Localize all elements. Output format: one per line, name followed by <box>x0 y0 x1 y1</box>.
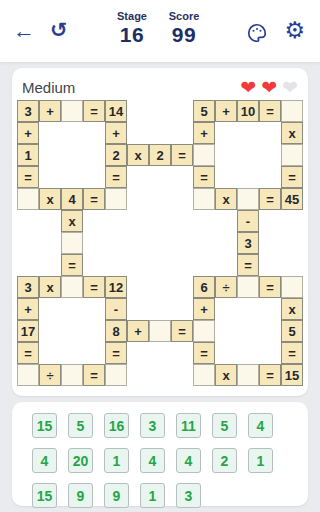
empty-cell[interactable] <box>237 276 259 298</box>
given-cell: 4 <box>61 188 83 210</box>
given-cell: = <box>61 254 83 276</box>
given-cell: 5 <box>193 100 215 122</box>
given-cell: + <box>17 298 39 320</box>
restart-icon[interactable]: ↺ <box>50 19 68 40</box>
given-cell: - <box>105 298 127 320</box>
number-tile[interactable]: 16 <box>104 413 129 438</box>
given-cell: 2 <box>149 144 171 166</box>
empty-cell[interactable] <box>281 100 303 122</box>
palette-icon[interactable] <box>246 22 268 44</box>
given-cell: 2 <box>105 144 127 166</box>
given-cell: = <box>17 166 39 188</box>
given-cell: = <box>193 342 215 364</box>
empty-cell[interactable] <box>193 188 215 210</box>
stage-stat: Stage 16 <box>104 10 160 47</box>
given-cell: x <box>215 188 237 210</box>
number-tile[interactable]: 2 <box>212 448 237 473</box>
top-bar: ← ↺ Stage 16 Score 99 ⚙ <box>0 0 320 62</box>
given-cell: x <box>281 122 303 144</box>
given-cell: 15 <box>281 364 303 386</box>
given-cell: 14 <box>105 100 127 122</box>
given-cell: 6 <box>193 276 215 298</box>
given-cell: = <box>17 342 39 364</box>
given-cell: ÷ <box>215 276 237 298</box>
given-cell: = <box>83 188 105 210</box>
tray-row: 1551631154 <box>32 413 308 438</box>
given-cell: 1 <box>17 144 39 166</box>
settings-icon[interactable]: ⚙ <box>284 19 305 42</box>
given-cell: + <box>127 320 149 342</box>
number-tile[interactable]: 20 <box>68 448 93 473</box>
number-tile[interactable]: 5 <box>212 413 237 438</box>
number-tile[interactable]: 3 <box>140 413 165 438</box>
empty-cell[interactable] <box>105 188 127 210</box>
given-cell: x <box>39 276 61 298</box>
given-cell: = <box>259 364 281 386</box>
number-tile[interactable]: 15 <box>32 483 57 508</box>
given-cell: = <box>259 100 281 122</box>
stage-label: Stage <box>104 10 160 22</box>
number-tile[interactable]: 15 <box>32 413 57 438</box>
number-tile[interactable]: 4 <box>176 448 201 473</box>
empty-cell[interactable] <box>193 320 215 342</box>
empty-cell[interactable] <box>281 276 303 298</box>
number-tile[interactable]: 9 <box>104 483 129 508</box>
empty-cell[interactable] <box>61 276 83 298</box>
given-cell: 3 <box>17 276 39 298</box>
number-tile[interactable]: 1 <box>248 448 273 473</box>
given-cell: = <box>83 276 105 298</box>
heart-empty-icon: ❤ <box>282 76 298 100</box>
given-cell: = <box>281 342 303 364</box>
number-tile[interactable]: 11 <box>176 413 201 438</box>
given-cell: 45 <box>281 188 303 210</box>
score-label: Score <box>158 10 210 22</box>
given-cell: + <box>39 100 61 122</box>
given-cell: = <box>83 364 105 386</box>
puzzle-card-header: Medium ❤❤❤ <box>22 76 298 100</box>
given-cell: 3 <box>237 232 259 254</box>
empty-cell[interactable] <box>61 100 83 122</box>
empty-cell[interactable] <box>193 364 215 386</box>
empty-cell[interactable] <box>281 144 303 166</box>
empty-cell[interactable] <box>17 188 39 210</box>
empty-cell[interactable] <box>17 364 39 386</box>
given-cell: = <box>281 166 303 188</box>
given-cell: = <box>259 276 281 298</box>
given-cell: = <box>171 144 193 166</box>
given-cell: x <box>39 188 61 210</box>
given-cell: 12 <box>105 276 127 298</box>
given-cell: ÷ <box>39 364 61 386</box>
number-tile[interactable]: 5 <box>68 413 93 438</box>
lives-indicator: ❤❤❤ <box>240 76 298 100</box>
given-cell: + <box>215 100 237 122</box>
score-stat: Score 99 <box>158 10 210 47</box>
empty-cell[interactable] <box>237 364 259 386</box>
empty-cell[interactable] <box>237 188 259 210</box>
puzzle-card: Medium ❤❤❤ 3+=145+10=+++x12x2=====x4=x=4… <box>12 68 308 396</box>
given-cell: x <box>61 210 83 232</box>
empty-cell[interactable] <box>61 364 83 386</box>
given-cell: = <box>237 254 259 276</box>
number-tile[interactable]: 1 <box>104 448 129 473</box>
given-cell: + <box>193 122 215 144</box>
empty-cell[interactable] <box>149 320 171 342</box>
number-tile[interactable]: 4 <box>140 448 165 473</box>
difficulty-label: Medium <box>22 79 75 96</box>
given-cell: = <box>259 188 281 210</box>
heart-full-icon: ❤ <box>240 76 256 100</box>
tray-row: 159913 <box>32 483 308 508</box>
stage-value: 16 <box>104 23 160 47</box>
given-cell: + <box>17 122 39 144</box>
empty-cell[interactable] <box>193 144 215 166</box>
number-tile-tray: 155163115442014421159913 <box>32 413 308 508</box>
given-cell: 8 <box>105 320 127 342</box>
back-icon[interactable]: ← <box>13 20 35 42</box>
given-cell: = <box>105 342 127 364</box>
given-cell: 10 <box>237 100 259 122</box>
given-cell: 17 <box>17 320 39 342</box>
tile-tray-card: 155163115442014421159913 <box>12 402 308 506</box>
given-cell: + <box>105 122 127 144</box>
given-cell: = <box>83 100 105 122</box>
tray-row: 42014421 <box>32 448 308 473</box>
heart-full-icon: ❤ <box>261 76 277 100</box>
given-cell: x <box>127 144 149 166</box>
given-cell: x <box>215 364 237 386</box>
number-tile[interactable]: 4 <box>32 448 57 473</box>
given-cell: 5 <box>281 320 303 342</box>
empty-cell[interactable] <box>105 364 127 386</box>
score-value: 99 <box>158 23 210 47</box>
given-cell: = <box>105 166 127 188</box>
given-cell: = <box>171 320 193 342</box>
given-cell: 3 <box>17 100 39 122</box>
puzzle-board: 3+=145+10=+++x12x2=====x4=x=45x-3==3x=12… <box>17 100 303 386</box>
given-cell: - <box>237 210 259 232</box>
number-tile[interactable]: 1 <box>140 483 165 508</box>
given-cell: = <box>193 166 215 188</box>
number-tile[interactable]: 9 <box>68 483 93 508</box>
number-tile[interactable]: 3 <box>176 483 201 508</box>
empty-cell[interactable] <box>61 232 83 254</box>
number-tile[interactable]: 4 <box>248 413 273 438</box>
given-cell: + <box>193 298 215 320</box>
given-cell: x <box>281 298 303 320</box>
